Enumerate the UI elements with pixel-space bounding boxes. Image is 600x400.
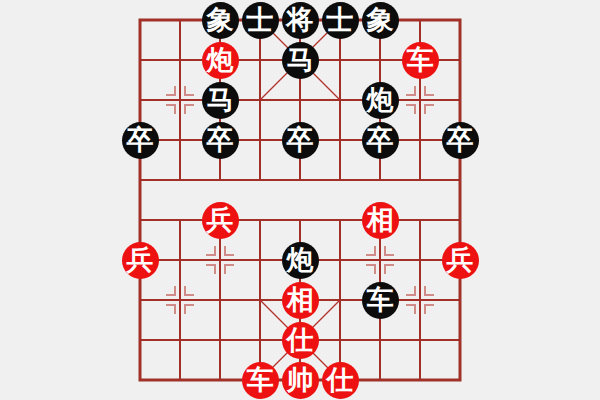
piece-black-soldier[interactable]: 卒: [122, 122, 159, 159]
piece-black-general[interactable]: 将: [282, 2, 319, 39]
xiangqi-app: 象士将士象炮马车马炮卒卒卒卒卒兵相兵炮兵相车仕车帅仕: [0, 0, 600, 400]
piece-red-chariot[interactable]: 车: [242, 362, 279, 399]
piece-black-cannon[interactable]: 炮: [282, 242, 319, 279]
piece-black-horse[interactable]: 马: [282, 42, 319, 79]
piece-black-soldier[interactable]: 卒: [362, 122, 399, 159]
piece-black-chariot[interactable]: 车: [362, 282, 399, 319]
piece-black-elephant[interactable]: 象: [362, 2, 399, 39]
piece-red-advisor[interactable]: 仕: [282, 322, 319, 359]
piece-black-advisor[interactable]: 士: [242, 2, 279, 39]
piece-black-advisor[interactable]: 士: [322, 2, 359, 39]
piece-black-soldier[interactable]: 卒: [202, 122, 239, 159]
piece-black-soldier[interactable]: 卒: [282, 122, 319, 159]
piece-red-advisor[interactable]: 仕: [322, 362, 359, 399]
piece-red-cannon[interactable]: 炮: [202, 42, 239, 79]
piece-black-horse[interactable]: 马: [202, 82, 239, 119]
piece-red-soldier[interactable]: 兵: [202, 202, 239, 239]
piece-black-cannon[interactable]: 炮: [362, 82, 399, 119]
piece-black-soldier[interactable]: 卒: [442, 122, 479, 159]
piece-red-chariot[interactable]: 车: [402, 42, 439, 79]
piece-black-elephant[interactable]: 象: [202, 2, 239, 39]
piece-red-elephant[interactable]: 相: [362, 202, 399, 239]
xiangqi-board[interactable]: 象士将士象炮马车马炮卒卒卒卒卒兵相兵炮兵相车仕车帅仕: [120, 0, 480, 400]
piece-red-soldier[interactable]: 兵: [122, 242, 159, 279]
piece-red-soldier[interactable]: 兵: [442, 242, 479, 279]
piece-red-elephant[interactable]: 相: [282, 282, 319, 319]
piece-red-general[interactable]: 帅: [282, 362, 319, 399]
